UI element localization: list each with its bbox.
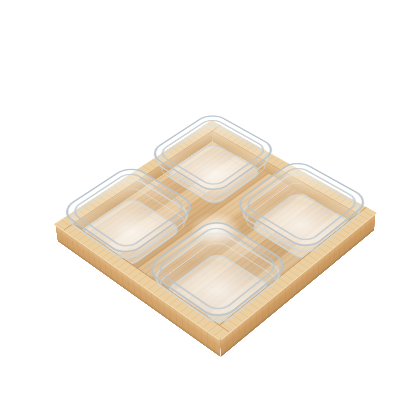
product-photo-scene — [0, 0, 416, 416]
bowl-rim — [146, 111, 280, 195]
bamboo-tray — [58, 137, 375, 357]
camera-tilt — [0, 0, 416, 416]
